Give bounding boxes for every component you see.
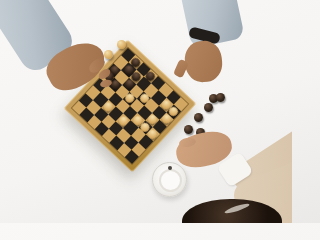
captured-dark-piece[interactable]: [204, 103, 213, 112]
cup-rim: [159, 169, 182, 192]
captured-dark-piece[interactable]: [216, 93, 225, 102]
cup: [152, 162, 187, 197]
captured-dark-piece[interactable]: [184, 125, 193, 134]
captured-dark-piece[interactable]: [194, 113, 203, 122]
reserve-light-ball[interactable]: [104, 50, 113, 59]
man-right-hand: [183, 39, 224, 84]
reserve-light-ball[interactable]: [117, 40, 126, 49]
cup-dot: [168, 166, 172, 170]
